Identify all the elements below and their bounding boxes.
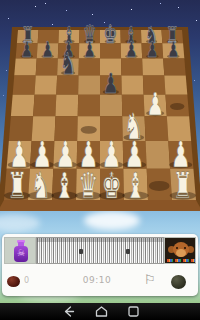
piece-black-pawn-g7[interactable]: ♟ [146,37,158,62]
resign-flag-icon[interactable]: ⚐ [144,272,156,287]
square-a5[interactable] [13,75,36,94]
square-b5[interactable] [35,75,58,94]
strip-edge [37,238,163,242]
piece-black-king-e8[interactable]: ♚ [103,18,117,48]
wood-knot [149,181,170,191]
piece-white-rook-h1[interactable]: ♜ [173,164,193,206]
wood-grain [146,141,170,169]
monkey-icon [184,247,186,249]
android-nav-bar [0,303,200,320]
square-f5[interactable] [121,75,143,94]
monkey-icon [176,247,178,249]
status-row: 0 09:10 ⚐ [2,270,198,294]
move-history-strip[interactable] [36,237,164,264]
piece-black-pawn-e5[interactable]: ♟ [103,67,118,99]
avatar-caption [167,259,195,262]
skull-icon: ☠ [14,247,28,260]
piece-white-bishop-f1[interactable]: ♝ [126,164,146,206]
chess-board[interactable]: ♜♝♛♚♝♞♜♟♟♟♟♟♟♟♞♟♟♞♟♟♟♟♟♟♟♜♞♝♛♚♝♜ [0,0,200,215]
piece-black-pawn-f7[interactable]: ♟ [125,37,137,62]
piece-white-pawn-g4[interactable]: ♟ [146,86,164,122]
board-frame-front [0,200,200,211]
strip-marker [126,249,130,254]
wood-knot [170,103,184,110]
piece-black-pawn-b7[interactable]: ♟ [42,37,54,62]
cloud [0,214,40,232]
square-b4[interactable] [33,95,56,117]
recents-icon[interactable] [127,305,140,318]
square-h5[interactable] [164,75,187,94]
square-c4[interactable] [55,95,78,117]
game-clock: 09:10 [67,275,127,285]
move-counter: 0 [24,276,29,285]
strip-marker [79,249,83,254]
left-player-token [7,276,20,287]
square-d4[interactable] [78,95,100,117]
piece-white-queen-d1[interactable]: ♛ [78,164,98,206]
square-a4[interactable] [11,95,35,117]
player2-avatar[interactable] [164,237,196,264]
piece-black-pawn-h7[interactable]: ♟ [167,37,179,62]
piece-white-rook-a1[interactable]: ♜ [7,164,27,206]
game-hud: ☠ 0 09:10 ⚐ [2,234,198,296]
home-icon[interactable] [95,305,108,318]
wood-grain [78,75,100,94]
piece-white-king-e1[interactable]: ♚ [102,164,122,206]
right-player-token [171,275,186,289]
piece-white-bishop-c1[interactable]: ♝ [54,164,74,206]
monkey-icon [176,249,186,257]
back-icon[interactable] [62,305,75,318]
piece-black-pawn-a7[interactable]: ♟ [21,37,33,62]
piece-black-pawn-d7[interactable]: ♟ [83,37,95,62]
piece-black-knight-c6[interactable]: ♞ [60,47,77,82]
piece-white-knight-b1[interactable]: ♞ [31,164,51,206]
player1-avatar[interactable]: ☠ [4,237,36,264]
